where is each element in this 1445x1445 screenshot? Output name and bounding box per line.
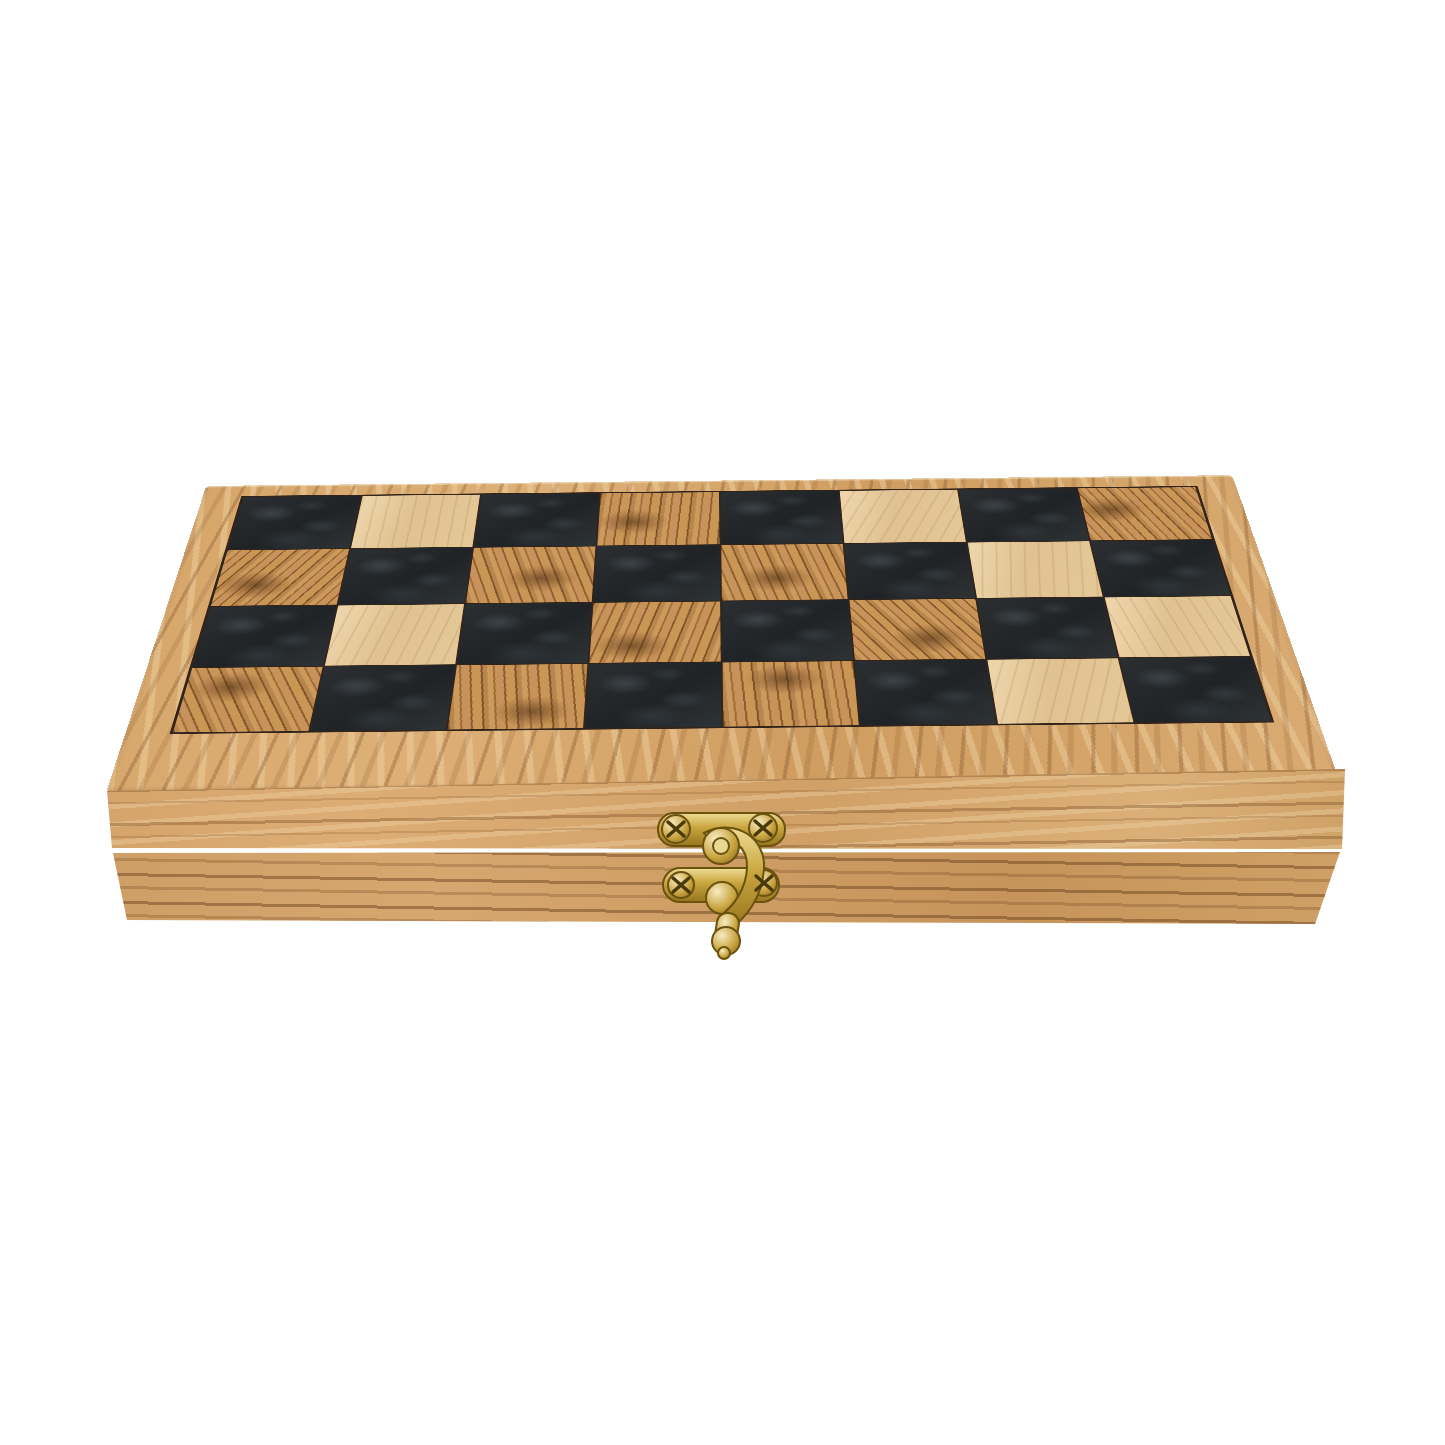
board-square-r1c7 bbox=[959, 488, 1089, 541]
board-square-r2c5 bbox=[721, 544, 847, 601]
board-square-r4c6 bbox=[855, 659, 996, 725]
board-square-r2c4 bbox=[594, 545, 720, 602]
latch-hook-tail bbox=[712, 911, 740, 959]
board-square-r3c7 bbox=[977, 597, 1118, 658]
brass-latch bbox=[640, 795, 820, 995]
board-square-r3c1 bbox=[193, 606, 337, 667]
board-square-r1c5 bbox=[720, 491, 842, 544]
board-square-r2c7 bbox=[967, 541, 1102, 598]
board-square-r2c1 bbox=[211, 549, 349, 606]
board-square-r4c3 bbox=[448, 664, 588, 730]
board-square-r2c3 bbox=[466, 546, 596, 603]
board-square-r2c6 bbox=[844, 542, 975, 599]
chess-board-grid bbox=[170, 486, 1275, 734]
board-square-r1c3 bbox=[474, 493, 599, 546]
board-square-r4c2 bbox=[310, 665, 455, 731]
board-square-r1c4 bbox=[598, 492, 719, 545]
board-square-r3c3 bbox=[457, 603, 592, 664]
board-square-r3c5 bbox=[721, 600, 852, 661]
chessboard-box-lid-top bbox=[106, 475, 1339, 792]
product-photo-scene bbox=[0, 0, 1445, 1445]
board-square-r3c8 bbox=[1105, 596, 1250, 657]
board-square-r3c4 bbox=[590, 601, 721, 662]
board-square-r2c8 bbox=[1091, 540, 1230, 597]
board-square-r4c5 bbox=[722, 661, 858, 727]
board-square-r4c4 bbox=[585, 662, 721, 728]
board-square-r3c6 bbox=[849, 599, 985, 660]
board-square-r4c8 bbox=[1120, 657, 1271, 723]
board-square-r2c2 bbox=[339, 548, 473, 605]
board-square-r4c7 bbox=[987, 658, 1133, 724]
board-square-r4c1 bbox=[173, 666, 323, 732]
board-square-r1c6 bbox=[839, 490, 965, 543]
board-square-r1c2 bbox=[351, 495, 480, 548]
latch-pivot-center bbox=[713, 838, 729, 854]
board-square-r3c2 bbox=[325, 604, 464, 665]
board-square-r1c1 bbox=[228, 496, 361, 549]
board-square-r1c8 bbox=[1078, 487, 1212, 540]
